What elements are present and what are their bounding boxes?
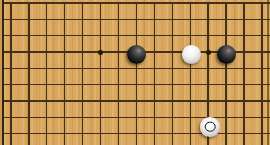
grid-line-vertical [118, 3, 119, 145]
grid-line-vertical [82, 3, 83, 145]
star-point [206, 50, 211, 55]
white-stone [182, 45, 201, 64]
grid-line-vertical [46, 3, 47, 145]
grid-line-horizontal [3, 84, 270, 85]
grid-line-vertical [136, 3, 137, 145]
grid-line-vertical [243, 3, 244, 145]
screenshot-region [0, 0, 270, 145]
grid-line-vertical [225, 3, 226, 145]
grid-line-vertical [28, 3, 29, 145]
grid-line-vertical [64, 3, 65, 145]
grid-line-horizontal [3, 19, 270, 20]
board-right-edge-line [267, 0, 269, 145]
star-point [98, 50, 103, 55]
grid-line-vertical [190, 3, 191, 145]
go-board[interactable] [0, 0, 270, 145]
grid-line-vertical [100, 3, 101, 145]
grid-line-horizontal [3, 2, 270, 3]
board-left-edge-line [2, 0, 4, 145]
grid-line-horizontal [3, 133, 270, 134]
grid-line-horizontal [3, 35, 270, 36]
grid-line-horizontal [3, 68, 270, 69]
grid-line-horizontal [3, 117, 270, 118]
black-stone [127, 45, 146, 64]
white-stone-last-move [200, 117, 220, 137]
grid-line-vertical [154, 3, 155, 145]
grid-line-horizontal [3, 100, 270, 101]
black-stone [217, 45, 236, 64]
last-move-circle-marker [205, 122, 216, 133]
grid-line-vertical [10, 3, 11, 145]
grid-line-vertical [172, 3, 173, 145]
grid-line-vertical [261, 3, 262, 145]
